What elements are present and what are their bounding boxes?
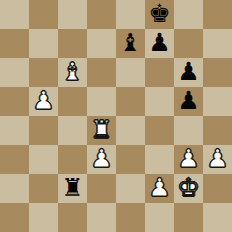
square-c5[interactable]	[58, 87, 87, 116]
square-h2[interactable]	[203, 174, 232, 203]
square-g5[interactable]: ♟︎	[174, 87, 203, 116]
square-f6[interactable]	[145, 58, 174, 87]
white-pawn[interactable]: ♟︎	[90, 146, 112, 171]
square-a6[interactable]	[0, 58, 29, 87]
square-e6[interactable]	[116, 58, 145, 87]
square-b4[interactable]	[29, 116, 58, 145]
square-c3[interactable]	[58, 145, 87, 174]
square-b5[interactable]: ♟︎	[29, 87, 58, 116]
square-a2[interactable]	[0, 174, 29, 203]
square-b1[interactable]	[29, 203, 58, 232]
square-a3[interactable]	[0, 145, 29, 174]
square-d8[interactable]	[87, 0, 116, 29]
square-f8[interactable]: ♚︎	[145, 0, 174, 29]
white-bishop[interactable]: ♝︎	[61, 59, 83, 84]
square-h7[interactable]	[203, 29, 232, 58]
black-pawn[interactable]: ♟︎	[177, 88, 199, 113]
black-bishop[interactable]: ♝︎	[119, 30, 141, 55]
square-f4[interactable]	[145, 116, 174, 145]
square-d5[interactable]	[87, 87, 116, 116]
black-pawn[interactable]: ♟︎	[177, 59, 199, 84]
square-f7[interactable]: ♟︎	[145, 29, 174, 58]
square-c4[interactable]	[58, 116, 87, 145]
square-e7[interactable]: ♝︎	[116, 29, 145, 58]
square-f2[interactable]: ♟︎	[145, 174, 174, 203]
square-e1[interactable]	[116, 203, 145, 232]
white-pawn[interactable]: ♟︎	[206, 146, 228, 171]
square-d1[interactable]	[87, 203, 116, 232]
white-king[interactable]: ♚︎	[177, 175, 199, 200]
square-d4[interactable]: ♜︎	[87, 116, 116, 145]
square-h5[interactable]	[203, 87, 232, 116]
square-e2[interactable]	[116, 174, 145, 203]
square-c8[interactable]	[58, 0, 87, 29]
square-a4[interactable]	[0, 116, 29, 145]
square-b6[interactable]	[29, 58, 58, 87]
white-pawn[interactable]: ♟︎	[148, 175, 170, 200]
square-c1[interactable]	[58, 203, 87, 232]
square-d6[interactable]	[87, 58, 116, 87]
black-king[interactable]: ♚︎	[148, 1, 170, 26]
square-b7[interactable]	[29, 29, 58, 58]
square-e3[interactable]	[116, 145, 145, 174]
square-h8[interactable]	[203, 0, 232, 29]
black-pawn[interactable]: ♟︎	[148, 30, 170, 55]
square-g3[interactable]: ♟︎	[174, 145, 203, 174]
square-h6[interactable]	[203, 58, 232, 87]
square-d7[interactable]	[87, 29, 116, 58]
square-a1[interactable]	[0, 203, 29, 232]
black-rook[interactable]: ♜︎	[61, 175, 83, 200]
square-f5[interactable]	[145, 87, 174, 116]
square-d2[interactable]	[87, 174, 116, 203]
square-c7[interactable]	[58, 29, 87, 58]
square-a5[interactable]	[0, 87, 29, 116]
square-c6[interactable]: ♝︎	[58, 58, 87, 87]
square-g7[interactable]	[174, 29, 203, 58]
square-f3[interactable]	[145, 145, 174, 174]
square-g8[interactable]	[174, 0, 203, 29]
square-h3[interactable]: ♟︎	[203, 145, 232, 174]
square-d3[interactable]: ♟︎	[87, 145, 116, 174]
square-b8[interactable]	[29, 0, 58, 29]
square-e5[interactable]	[116, 87, 145, 116]
white-pawn[interactable]: ♟︎	[32, 88, 54, 113]
square-f1[interactable]	[145, 203, 174, 232]
square-e4[interactable]	[116, 116, 145, 145]
square-a7[interactable]	[0, 29, 29, 58]
square-g2[interactable]: ♚︎	[174, 174, 203, 203]
square-g6[interactable]: ♟︎	[174, 58, 203, 87]
square-b3[interactable]	[29, 145, 58, 174]
square-b2[interactable]	[29, 174, 58, 203]
white-rook[interactable]: ♜︎	[90, 117, 112, 142]
square-h1[interactable]	[203, 203, 232, 232]
square-g4[interactable]	[174, 116, 203, 145]
square-h4[interactable]	[203, 116, 232, 145]
square-g1[interactable]	[174, 203, 203, 232]
white-pawn[interactable]: ♟︎	[177, 146, 199, 171]
chess-board: ♚︎♝︎♟︎♝︎♟︎♟︎♟︎♜︎♟︎♟︎♟︎♜︎♟︎♚︎	[0, 0, 232, 232]
square-e8[interactable]	[116, 0, 145, 29]
square-a8[interactable]	[0, 0, 29, 29]
square-c2[interactable]: ♜︎	[58, 174, 87, 203]
